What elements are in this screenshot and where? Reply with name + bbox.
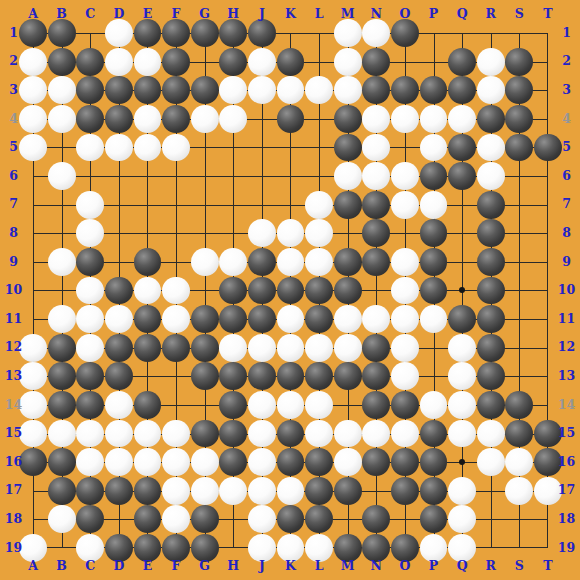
column-label: B bbox=[47, 554, 76, 580]
black-stone[interactable] bbox=[105, 477, 133, 505]
white-stone[interactable] bbox=[105, 448, 133, 476]
black-stone[interactable] bbox=[134, 505, 162, 533]
white-stone[interactable] bbox=[191, 105, 219, 133]
column-label: O bbox=[391, 1, 420, 27]
black-stone[interactable] bbox=[362, 448, 390, 476]
column-label: J bbox=[248, 1, 277, 27]
black-stone[interactable] bbox=[191, 334, 219, 362]
white-stone[interactable] bbox=[219, 248, 247, 276]
white-stone[interactable] bbox=[248, 420, 276, 448]
black-stone[interactable] bbox=[477, 277, 505, 305]
white-stone[interactable] bbox=[305, 420, 333, 448]
white-stone[interactable] bbox=[48, 105, 76, 133]
white-stone[interactable] bbox=[219, 334, 247, 362]
black-stone[interactable] bbox=[134, 477, 162, 505]
white-stone[interactable] bbox=[391, 162, 419, 190]
black-stone[interactable] bbox=[277, 420, 305, 448]
white-stone[interactable] bbox=[505, 448, 533, 476]
black-stone[interactable] bbox=[477, 391, 505, 419]
black-stone[interactable] bbox=[362, 219, 390, 247]
white-stone[interactable] bbox=[448, 420, 476, 448]
white-stone[interactable] bbox=[391, 248, 419, 276]
white-stone[interactable] bbox=[162, 448, 190, 476]
black-stone[interactable] bbox=[505, 48, 533, 76]
white-stone[interactable] bbox=[477, 76, 505, 104]
black-stone[interactable] bbox=[76, 391, 104, 419]
black-stone[interactable] bbox=[420, 277, 448, 305]
white-stone[interactable] bbox=[334, 448, 362, 476]
white-stone[interactable] bbox=[391, 334, 419, 362]
black-stone[interactable] bbox=[219, 277, 247, 305]
white-stone[interactable] bbox=[76, 334, 104, 362]
column-label: R bbox=[476, 554, 505, 580]
white-stone[interactable] bbox=[105, 420, 133, 448]
white-stone[interactable] bbox=[334, 420, 362, 448]
black-stone[interactable] bbox=[134, 334, 162, 362]
column-label: Q bbox=[448, 554, 477, 580]
column-label: L bbox=[305, 554, 334, 580]
white-stone[interactable] bbox=[134, 420, 162, 448]
white-stone[interactable] bbox=[248, 477, 276, 505]
white-stone[interactable] bbox=[448, 477, 476, 505]
black-stone[interactable] bbox=[505, 76, 533, 104]
white-stone[interactable] bbox=[191, 248, 219, 276]
column-label: N bbox=[362, 554, 391, 580]
black-stone[interactable] bbox=[219, 48, 247, 76]
row-label: 14 bbox=[554, 391, 580, 420]
black-stone[interactable] bbox=[191, 505, 219, 533]
column-label: E bbox=[133, 1, 162, 27]
row-label: 2 bbox=[1, 47, 27, 76]
black-stone[interactable] bbox=[277, 277, 305, 305]
white-stone[interactable] bbox=[420, 305, 448, 333]
white-stone[interactable] bbox=[219, 76, 247, 104]
white-stone[interactable] bbox=[448, 391, 476, 419]
row-label: 1 bbox=[1, 19, 27, 48]
white-stone[interactable] bbox=[134, 48, 162, 76]
row-label: 17 bbox=[1, 476, 27, 505]
white-stone[interactable] bbox=[277, 248, 305, 276]
row-label: 4 bbox=[1, 105, 27, 134]
white-stone[interactable] bbox=[305, 248, 333, 276]
white-stone[interactable] bbox=[477, 48, 505, 76]
row-label: 6 bbox=[554, 162, 580, 191]
black-stone[interactable] bbox=[277, 105, 305, 133]
white-stone[interactable] bbox=[76, 305, 104, 333]
board-grid[interactable] bbox=[19, 19, 563, 563]
column-label: N bbox=[362, 1, 391, 27]
column-label: D bbox=[105, 554, 134, 580]
row-label: 6 bbox=[1, 162, 27, 191]
black-stone[interactable] bbox=[477, 105, 505, 133]
row-label: 5 bbox=[1, 133, 27, 162]
black-stone[interactable] bbox=[248, 248, 276, 276]
column-label: P bbox=[419, 554, 448, 580]
column-labels-bottom: ABCDEFGHJKLMNOPQRST bbox=[19, 554, 563, 580]
black-stone[interactable] bbox=[219, 305, 247, 333]
black-stone[interactable] bbox=[76, 248, 104, 276]
row-labels-left: 12345678910111213141516171819 bbox=[1, 19, 27, 563]
white-stone[interactable] bbox=[362, 105, 390, 133]
white-stone[interactable] bbox=[219, 477, 247, 505]
black-stone[interactable] bbox=[420, 448, 448, 476]
row-label: 9 bbox=[554, 248, 580, 277]
white-stone[interactable] bbox=[362, 162, 390, 190]
black-stone[interactable] bbox=[277, 362, 305, 390]
white-stone[interactable] bbox=[448, 105, 476, 133]
black-stone[interactable] bbox=[48, 477, 76, 505]
white-stone[interactable] bbox=[505, 477, 533, 505]
row-label: 1 bbox=[554, 19, 580, 48]
black-stone[interactable] bbox=[134, 76, 162, 104]
row-label: 8 bbox=[554, 219, 580, 248]
row-label: 5 bbox=[554, 133, 580, 162]
white-stone[interactable] bbox=[277, 305, 305, 333]
black-stone[interactable] bbox=[76, 76, 104, 104]
white-stone[interactable] bbox=[391, 362, 419, 390]
row-label: 11 bbox=[1, 305, 27, 334]
black-stone[interactable] bbox=[505, 420, 533, 448]
white-stone[interactable] bbox=[305, 334, 333, 362]
column-label: P bbox=[419, 1, 448, 27]
white-stone[interactable] bbox=[391, 420, 419, 448]
column-label: S bbox=[505, 554, 534, 580]
column-labels-top: ABCDEFGHJKLMNOPQRST bbox=[19, 1, 563, 27]
white-stone[interactable] bbox=[105, 48, 133, 76]
black-stone[interactable] bbox=[48, 48, 76, 76]
white-stone[interactable] bbox=[277, 477, 305, 505]
black-stone[interactable] bbox=[334, 134, 362, 162]
black-stone[interactable] bbox=[477, 305, 505, 333]
row-label: 15 bbox=[1, 419, 27, 448]
black-stone[interactable] bbox=[420, 76, 448, 104]
column-label: O bbox=[391, 554, 420, 580]
black-stone[interactable] bbox=[362, 76, 390, 104]
row-label: 18 bbox=[554, 505, 580, 534]
black-stone[interactable] bbox=[105, 362, 133, 390]
black-stone[interactable] bbox=[362, 191, 390, 219]
row-label: 2 bbox=[554, 47, 580, 76]
black-stone[interactable] bbox=[219, 448, 247, 476]
black-stone[interactable] bbox=[420, 219, 448, 247]
black-stone[interactable] bbox=[334, 191, 362, 219]
column-label: F bbox=[162, 554, 191, 580]
white-stone[interactable] bbox=[48, 162, 76, 190]
white-stone[interactable] bbox=[105, 305, 133, 333]
white-stone[interactable] bbox=[134, 134, 162, 162]
black-stone[interactable] bbox=[391, 477, 419, 505]
white-stone[interactable] bbox=[334, 305, 362, 333]
black-stone[interactable] bbox=[305, 477, 333, 505]
row-label: 16 bbox=[1, 448, 27, 477]
black-stone[interactable] bbox=[477, 334, 505, 362]
row-label: 13 bbox=[1, 362, 27, 391]
black-stone[interactable] bbox=[105, 277, 133, 305]
black-stone[interactable] bbox=[334, 477, 362, 505]
black-stone[interactable] bbox=[105, 334, 133, 362]
row-label: 18 bbox=[1, 505, 27, 534]
row-label: 16 bbox=[554, 448, 580, 477]
row-label: 14 bbox=[1, 391, 27, 420]
column-label: C bbox=[76, 1, 105, 27]
black-stone[interactable] bbox=[48, 448, 76, 476]
black-stone[interactable] bbox=[448, 134, 476, 162]
white-stone[interactable] bbox=[448, 505, 476, 533]
white-stone[interactable] bbox=[134, 105, 162, 133]
white-stone[interactable] bbox=[76, 420, 104, 448]
black-stone[interactable] bbox=[362, 391, 390, 419]
white-stone[interactable] bbox=[334, 334, 362, 362]
black-stone[interactable] bbox=[162, 48, 190, 76]
row-label: 10 bbox=[1, 276, 27, 305]
black-stone[interactable] bbox=[248, 305, 276, 333]
white-stone[interactable] bbox=[420, 105, 448, 133]
white-stone[interactable] bbox=[248, 505, 276, 533]
black-stone[interactable] bbox=[391, 391, 419, 419]
row-label: 7 bbox=[1, 190, 27, 219]
white-stone[interactable] bbox=[448, 334, 476, 362]
row-label: 13 bbox=[554, 362, 580, 391]
row-label: 7 bbox=[554, 190, 580, 219]
black-stone[interactable] bbox=[248, 277, 276, 305]
white-stone[interactable] bbox=[420, 191, 448, 219]
white-stone[interactable] bbox=[334, 162, 362, 190]
white-stone[interactable] bbox=[48, 505, 76, 533]
column-label: M bbox=[333, 554, 362, 580]
white-stone[interactable] bbox=[391, 191, 419, 219]
black-stone[interactable] bbox=[448, 76, 476, 104]
black-stone[interactable] bbox=[76, 362, 104, 390]
column-label: L bbox=[305, 1, 334, 27]
white-stone[interactable] bbox=[448, 362, 476, 390]
white-stone[interactable] bbox=[162, 134, 190, 162]
black-stone[interactable] bbox=[162, 76, 190, 104]
black-stone[interactable] bbox=[134, 391, 162, 419]
white-stone[interactable] bbox=[162, 305, 190, 333]
white-stone[interactable] bbox=[248, 219, 276, 247]
black-stone[interactable] bbox=[362, 48, 390, 76]
black-stone[interactable] bbox=[448, 162, 476, 190]
white-stone[interactable] bbox=[248, 448, 276, 476]
white-stone[interactable] bbox=[391, 305, 419, 333]
black-stone[interactable] bbox=[505, 105, 533, 133]
white-stone[interactable] bbox=[277, 391, 305, 419]
black-stone[interactable] bbox=[334, 248, 362, 276]
black-stone[interactable] bbox=[134, 305, 162, 333]
white-stone[interactable] bbox=[391, 105, 419, 133]
black-stone[interactable] bbox=[505, 391, 533, 419]
black-stone[interactable] bbox=[48, 391, 76, 419]
white-stone[interactable] bbox=[477, 448, 505, 476]
column-label: H bbox=[219, 1, 248, 27]
row-labels-right: 12345678910111213141516171819 bbox=[554, 19, 580, 563]
column-label: C bbox=[76, 554, 105, 580]
white-stone[interactable] bbox=[305, 191, 333, 219]
white-stone[interactable] bbox=[391, 277, 419, 305]
column-label: G bbox=[190, 1, 219, 27]
column-label: S bbox=[505, 1, 534, 27]
black-stone[interactable] bbox=[76, 105, 104, 133]
black-stone[interactable] bbox=[305, 277, 333, 305]
white-stone[interactable] bbox=[362, 134, 390, 162]
black-stone[interactable] bbox=[477, 362, 505, 390]
black-stone[interactable] bbox=[420, 477, 448, 505]
white-stone[interactable] bbox=[362, 420, 390, 448]
black-stone[interactable] bbox=[105, 105, 133, 133]
black-stone[interactable] bbox=[334, 362, 362, 390]
column-label: F bbox=[162, 1, 191, 27]
white-stone[interactable] bbox=[477, 420, 505, 448]
black-stone[interactable] bbox=[391, 76, 419, 104]
row-label: 19 bbox=[554, 534, 580, 563]
white-stone[interactable] bbox=[48, 420, 76, 448]
white-stone[interactable] bbox=[334, 48, 362, 76]
black-stone[interactable] bbox=[76, 505, 104, 533]
black-stone[interactable] bbox=[334, 105, 362, 133]
black-stone[interactable] bbox=[248, 362, 276, 390]
white-stone[interactable] bbox=[305, 391, 333, 419]
column-label: B bbox=[47, 1, 76, 27]
black-stone[interactable] bbox=[448, 305, 476, 333]
white-stone[interactable] bbox=[219, 105, 247, 133]
black-stone[interactable] bbox=[219, 391, 247, 419]
black-stone[interactable] bbox=[76, 477, 104, 505]
white-stone[interactable] bbox=[76, 134, 104, 162]
black-stone[interactable] bbox=[420, 505, 448, 533]
black-stone[interactable] bbox=[191, 76, 219, 104]
black-stone[interactable] bbox=[277, 48, 305, 76]
column-label: J bbox=[248, 554, 277, 580]
white-stone[interactable] bbox=[248, 334, 276, 362]
black-stone[interactable] bbox=[134, 248, 162, 276]
black-stone[interactable] bbox=[305, 505, 333, 533]
row-label: 11 bbox=[554, 305, 580, 334]
column-label: K bbox=[276, 1, 305, 27]
white-stone[interactable] bbox=[162, 477, 190, 505]
black-stone[interactable] bbox=[362, 248, 390, 276]
white-stone[interactable] bbox=[105, 134, 133, 162]
black-stone[interactable] bbox=[477, 191, 505, 219]
black-stone[interactable] bbox=[305, 448, 333, 476]
white-stone[interactable] bbox=[162, 420, 190, 448]
white-stone[interactable] bbox=[76, 219, 104, 247]
black-stone[interactable] bbox=[219, 420, 247, 448]
white-stone[interactable] bbox=[134, 277, 162, 305]
white-stone[interactable] bbox=[362, 305, 390, 333]
white-stone[interactable] bbox=[48, 248, 76, 276]
white-stone[interactable] bbox=[477, 134, 505, 162]
white-stone[interactable] bbox=[248, 76, 276, 104]
black-stone[interactable] bbox=[362, 362, 390, 390]
column-label: Q bbox=[448, 1, 477, 27]
white-stone[interactable] bbox=[248, 391, 276, 419]
black-stone[interactable] bbox=[305, 305, 333, 333]
row-label: 4 bbox=[554, 105, 580, 134]
black-stone[interactable] bbox=[277, 505, 305, 533]
white-stone[interactable] bbox=[76, 191, 104, 219]
row-label: 17 bbox=[554, 476, 580, 505]
black-stone[interactable] bbox=[420, 248, 448, 276]
white-stone[interactable] bbox=[48, 76, 76, 104]
black-stone[interactable] bbox=[420, 420, 448, 448]
black-stone[interactable] bbox=[448, 48, 476, 76]
white-stone[interactable] bbox=[248, 48, 276, 76]
goban: ABCDEFGHJKLMNOPQRST ABCDEFGHJKLMNOPQRST … bbox=[0, 0, 580, 580]
column-label: H bbox=[219, 554, 248, 580]
black-stone[interactable] bbox=[362, 334, 390, 362]
white-stone[interactable] bbox=[191, 448, 219, 476]
black-stone[interactable] bbox=[477, 248, 505, 276]
black-stone[interactable] bbox=[334, 277, 362, 305]
column-label: G bbox=[190, 554, 219, 580]
white-stone[interactable] bbox=[334, 76, 362, 104]
black-stone[interactable] bbox=[477, 219, 505, 247]
column-label: M bbox=[333, 1, 362, 27]
black-stone[interactable] bbox=[191, 305, 219, 333]
white-stone[interactable] bbox=[162, 277, 190, 305]
black-stone[interactable] bbox=[277, 448, 305, 476]
white-stone[interactable] bbox=[105, 391, 133, 419]
white-stone[interactable] bbox=[420, 391, 448, 419]
row-label: 8 bbox=[1, 219, 27, 248]
black-stone[interactable] bbox=[162, 334, 190, 362]
row-label: 15 bbox=[554, 419, 580, 448]
black-stone[interactable] bbox=[48, 362, 76, 390]
white-stone[interactable] bbox=[277, 76, 305, 104]
row-label: 3 bbox=[1, 76, 27, 105]
column-label: E bbox=[133, 554, 162, 580]
white-stone[interactable] bbox=[305, 76, 333, 104]
black-stone[interactable] bbox=[391, 448, 419, 476]
black-stone[interactable] bbox=[48, 334, 76, 362]
column-label: D bbox=[105, 1, 134, 27]
black-stone[interactable] bbox=[105, 76, 133, 104]
white-stone[interactable] bbox=[191, 477, 219, 505]
white-stone[interactable] bbox=[134, 448, 162, 476]
white-stone[interactable] bbox=[420, 134, 448, 162]
black-stone[interactable] bbox=[420, 162, 448, 190]
row-label: 12 bbox=[1, 333, 27, 362]
black-stone[interactable] bbox=[219, 362, 247, 390]
white-stone[interactable] bbox=[477, 162, 505, 190]
black-stone[interactable] bbox=[305, 362, 333, 390]
white-stone[interactable] bbox=[277, 219, 305, 247]
white-stone[interactable] bbox=[76, 277, 104, 305]
column-label: K bbox=[276, 554, 305, 580]
column-label: R bbox=[476, 1, 505, 27]
black-stone[interactable] bbox=[76, 48, 104, 76]
black-stone[interactable] bbox=[162, 105, 190, 133]
white-stone[interactable] bbox=[305, 219, 333, 247]
row-label: 19 bbox=[1, 534, 27, 563]
white-stone[interactable] bbox=[162, 505, 190, 533]
row-label: 10 bbox=[554, 276, 580, 305]
white-stone[interactable] bbox=[277, 334, 305, 362]
row-label: 9 bbox=[1, 248, 27, 277]
white-stone[interactable] bbox=[48, 305, 76, 333]
black-stone[interactable] bbox=[191, 362, 219, 390]
row-label: 3 bbox=[554, 76, 580, 105]
black-stone[interactable] bbox=[191, 420, 219, 448]
black-stone[interactable] bbox=[505, 134, 533, 162]
white-stone[interactable] bbox=[76, 448, 104, 476]
row-label: 12 bbox=[554, 333, 580, 362]
black-stone[interactable] bbox=[362, 505, 390, 533]
